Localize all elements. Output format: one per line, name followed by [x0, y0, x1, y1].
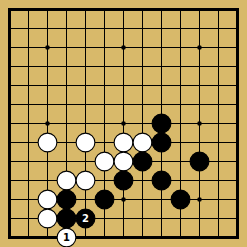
stone-white: [57, 171, 76, 190]
star-point: [121, 197, 126, 202]
stone-black: [190, 152, 209, 171]
star-point: [197, 45, 202, 50]
stone-black: [57, 190, 76, 209]
star-point: [45, 45, 50, 50]
stone-white: [38, 133, 57, 152]
stone-black: [95, 190, 114, 209]
stone-black: [152, 114, 171, 133]
stone-black: [133, 152, 152, 171]
stone-white: [38, 190, 57, 209]
go-board-svg[interactable]: 12: [0, 0, 247, 247]
star-point: [121, 45, 126, 50]
star-point: [197, 197, 202, 202]
stone-black: [114, 171, 133, 190]
go-board[interactable]: 12: [0, 0, 247, 247]
stone-white: [76, 133, 95, 152]
stone-white: [133, 133, 152, 152]
stone-black-move-2: [76, 209, 95, 228]
stone-black: [171, 190, 190, 209]
star-point: [197, 121, 202, 126]
star-point: [121, 121, 126, 126]
stone-white: [38, 209, 57, 228]
stone-white: [95, 152, 114, 171]
stone-white: [114, 152, 133, 171]
stone-white-move-1: [57, 228, 76, 247]
stone-black: [57, 209, 76, 228]
stone-black: [152, 133, 171, 152]
star-point: [45, 121, 50, 126]
stone-black: [152, 171, 171, 190]
stone-white: [76, 171, 95, 190]
stone-white: [114, 133, 133, 152]
